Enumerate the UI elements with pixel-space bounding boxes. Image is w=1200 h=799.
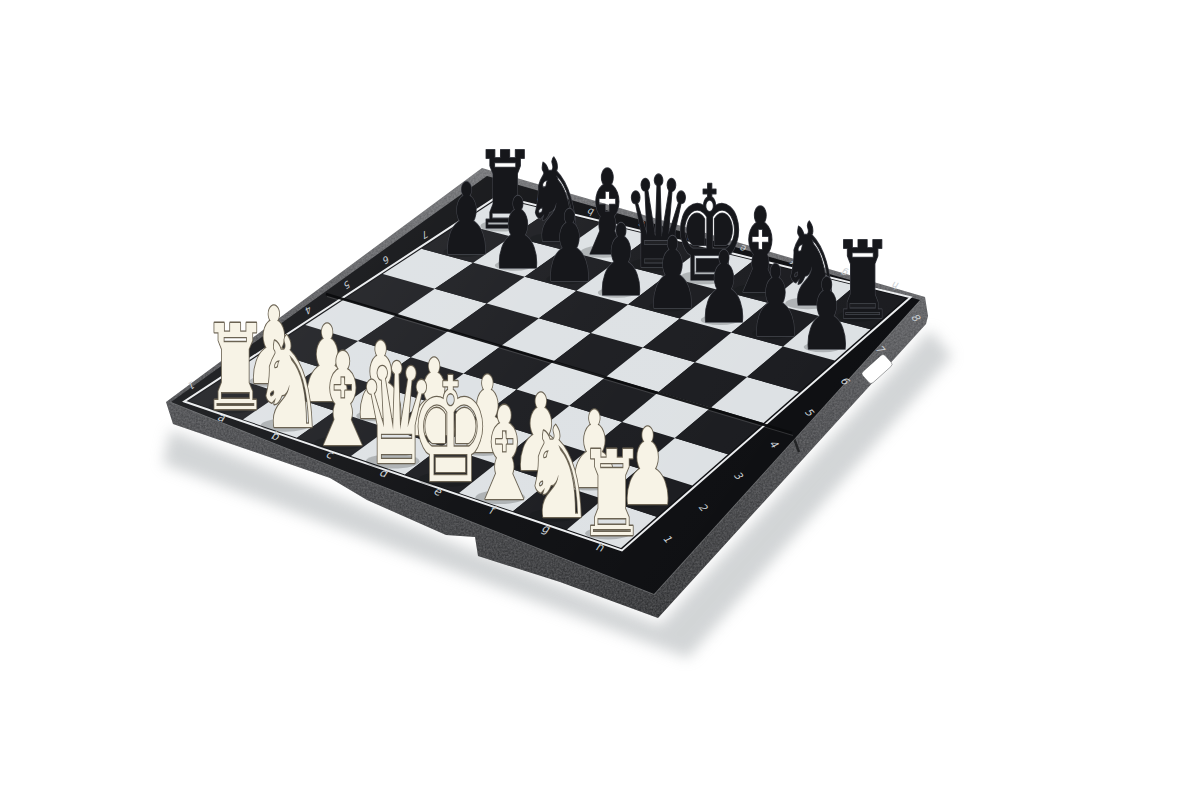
chess-board: aabbccddeeffgghh1122334455667788♜♞♝♛♚♝♞♜… (0, 0, 1200, 799)
piece-black-pawn-b7[interactable]: ♟ (490, 175, 546, 291)
piece-black-pawn-e7[interactable]: ♟ (644, 216, 700, 332)
piece-black-pawn-f7[interactable]: ♟ (696, 230, 752, 346)
piece-black-pawn-h7[interactable]: ♟ (799, 257, 855, 373)
piece-black-pawn-d7[interactable]: ♟ (593, 203, 649, 319)
piece-white-rook-h1[interactable]: ♜ (579, 425, 646, 563)
product-photo-chess-set: aabbccddeeffgghh1122334455667788♜♞♝♛♚♝♞♜… (0, 0, 1200, 799)
piece-black-pawn-c7[interactable]: ♟ (542, 189, 598, 305)
piece-black-pawn-a7[interactable]: ♟ (439, 162, 495, 278)
piece-black-pawn-g7[interactable]: ♟ (747, 243, 803, 359)
